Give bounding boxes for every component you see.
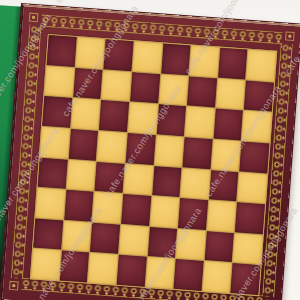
square-e7[interactable] xyxy=(159,74,189,106)
square-c2[interactable] xyxy=(90,222,120,254)
square-c4[interactable] xyxy=(95,161,125,193)
square-a8[interactable] xyxy=(47,35,77,67)
square-e6[interactable] xyxy=(156,105,186,137)
square-h4[interactable] xyxy=(237,172,267,204)
square-b4[interactable] xyxy=(66,159,96,191)
square-g5[interactable] xyxy=(211,139,241,171)
square-b1[interactable] xyxy=(59,251,89,283)
square-g8[interactable] xyxy=(218,48,248,80)
square-h8[interactable] xyxy=(246,50,276,82)
square-d1[interactable] xyxy=(117,255,147,287)
square-h1[interactable] xyxy=(231,264,261,296)
corner-motif-bottom-left xyxy=(9,281,19,291)
square-g2[interactable] xyxy=(204,231,234,263)
square-a4[interactable] xyxy=(38,157,68,189)
playing-field xyxy=(30,34,277,296)
square-g3[interactable] xyxy=(207,200,237,232)
square-f5[interactable] xyxy=(183,137,213,169)
square-e5[interactable] xyxy=(154,135,184,167)
square-a7[interactable] xyxy=(44,66,74,98)
square-d6[interactable] xyxy=(128,102,158,134)
square-h3[interactable] xyxy=(235,202,265,234)
square-d5[interactable] xyxy=(126,133,156,165)
square-f7[interactable] xyxy=(187,76,217,108)
square-h2[interactable] xyxy=(233,233,263,265)
square-b3[interactable] xyxy=(64,190,94,222)
corner-motif-top-right xyxy=(285,31,295,41)
square-a3[interactable] xyxy=(35,188,65,220)
square-b5[interactable] xyxy=(68,129,98,161)
square-g6[interactable] xyxy=(213,109,243,141)
square-h6[interactable] xyxy=(242,111,272,143)
square-g7[interactable] xyxy=(216,78,246,110)
corner-motif-top-left xyxy=(29,13,39,23)
square-b2[interactable] xyxy=(62,220,92,252)
square-a2[interactable] xyxy=(33,218,63,250)
square-d3[interactable] xyxy=(121,194,151,226)
square-e3[interactable] xyxy=(150,196,180,228)
square-e2[interactable] xyxy=(147,227,177,259)
square-f6[interactable] xyxy=(185,107,215,139)
square-f2[interactable] xyxy=(176,229,206,261)
square-c7[interactable] xyxy=(101,70,131,102)
square-b6[interactable] xyxy=(71,98,101,130)
square-a6[interactable] xyxy=(42,96,72,128)
square-h7[interactable] xyxy=(244,80,274,112)
square-g1[interactable] xyxy=(202,261,232,293)
square-f4[interactable] xyxy=(180,168,210,200)
square-c8[interactable] xyxy=(104,39,134,71)
square-d4[interactable] xyxy=(123,164,153,196)
square-b7[interactable] xyxy=(73,68,103,100)
square-a1[interactable] xyxy=(31,249,61,281)
square-g4[interactable] xyxy=(209,170,239,202)
square-e4[interactable] xyxy=(152,166,182,198)
square-f3[interactable] xyxy=(178,198,208,230)
square-a5[interactable] xyxy=(40,127,70,159)
photo-scene: cafe.naver.com/joonggonara cafe.naver.co… xyxy=(0,0,300,300)
square-f8[interactable] xyxy=(189,46,219,78)
square-e1[interactable] xyxy=(145,257,175,289)
square-h5[interactable] xyxy=(240,141,270,173)
square-d8[interactable] xyxy=(132,41,162,73)
square-c6[interactable] xyxy=(99,100,129,132)
square-f1[interactable] xyxy=(174,259,204,291)
square-c5[interactable] xyxy=(97,131,127,163)
square-c1[interactable] xyxy=(88,253,118,285)
square-e8[interactable] xyxy=(161,43,191,75)
chess-board xyxy=(0,4,300,300)
square-b8[interactable] xyxy=(75,37,105,69)
square-d2[interactable] xyxy=(119,225,149,257)
square-d7[interactable] xyxy=(130,72,160,104)
square-c3[interactable] xyxy=(93,192,123,224)
